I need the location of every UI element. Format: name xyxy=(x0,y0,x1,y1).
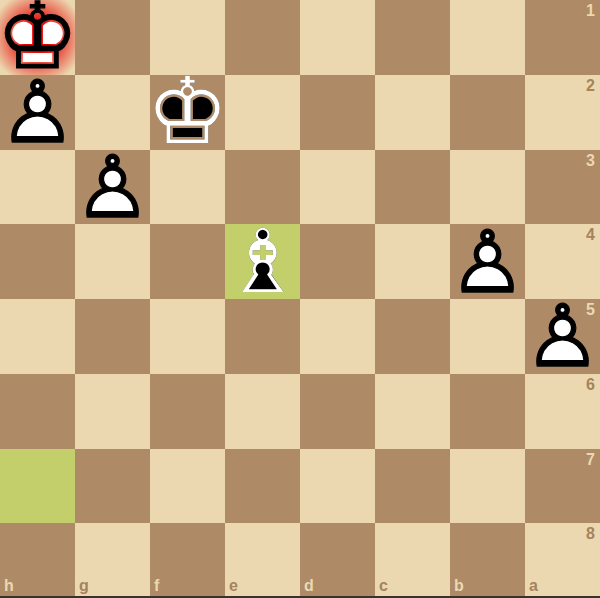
file-label-f: f xyxy=(154,577,159,595)
square-b5[interactable] xyxy=(450,299,525,374)
square-h2[interactable]: ♟♙ xyxy=(0,75,75,150)
square-f3[interactable] xyxy=(150,150,225,225)
square-a8[interactable]: 8a xyxy=(525,523,600,598)
square-h4[interactable] xyxy=(0,224,75,299)
file-label-b: b xyxy=(454,577,464,595)
square-a2[interactable]: 2 xyxy=(525,75,600,150)
square-a7[interactable]: 7 xyxy=(525,449,600,524)
white-pawn-outline: ♙ xyxy=(75,150,150,225)
square-a1[interactable]: 1 xyxy=(525,0,600,75)
square-e5[interactable] xyxy=(225,299,300,374)
rank-label-4: 4 xyxy=(586,226,595,244)
square-h7[interactable] xyxy=(0,449,75,524)
square-e8[interactable]: e xyxy=(225,523,300,598)
square-g7[interactable] xyxy=(75,449,150,524)
square-e1[interactable] xyxy=(225,0,300,75)
white-pawn-glyph: ♟ xyxy=(0,75,75,150)
square-d5[interactable] xyxy=(300,299,375,374)
square-b2[interactable] xyxy=(450,75,525,150)
square-h1[interactable]: ♚♔ xyxy=(0,0,75,75)
white-pawn[interactable]: ♟♙ xyxy=(0,75,75,150)
square-b3[interactable] xyxy=(450,150,525,225)
square-d4[interactable] xyxy=(300,224,375,299)
square-c3[interactable] xyxy=(375,150,450,225)
square-d3[interactable] xyxy=(300,150,375,225)
square-c1[interactable] xyxy=(375,0,450,75)
white-king-outline: ♔ xyxy=(0,0,75,75)
file-label-c: c xyxy=(379,577,388,595)
white-king-glyph: ♚ xyxy=(0,0,75,75)
white-pawn-outline: ♙ xyxy=(0,75,75,150)
black-bishop-glyph: ♝ xyxy=(225,224,300,299)
square-f6[interactable] xyxy=(150,374,225,449)
square-d6[interactable] xyxy=(300,374,375,449)
square-b8[interactable]: b xyxy=(450,523,525,598)
square-e6[interactable] xyxy=(225,374,300,449)
rank-label-1: 1 xyxy=(586,2,595,20)
rank-label-6: 6 xyxy=(586,376,595,394)
square-a6[interactable]: 6 xyxy=(525,374,600,449)
square-g8[interactable]: g xyxy=(75,523,150,598)
square-f1[interactable] xyxy=(150,0,225,75)
white-pawn-glyph: ♟ xyxy=(450,224,525,299)
black-king[interactable]: ♚♔ xyxy=(150,75,225,150)
square-c8[interactable]: c xyxy=(375,523,450,598)
rank-label-3: 3 xyxy=(586,152,595,170)
square-c2[interactable] xyxy=(375,75,450,150)
square-e7[interactable] xyxy=(225,449,300,524)
black-king-outline: ♔ xyxy=(150,75,225,150)
square-f4[interactable] xyxy=(150,224,225,299)
file-label-e: e xyxy=(229,577,238,595)
square-f2[interactable]: ♚♔ xyxy=(150,75,225,150)
square-f5[interactable] xyxy=(150,299,225,374)
file-label-d: d xyxy=(304,577,314,595)
square-h5[interactable] xyxy=(0,299,75,374)
square-b1[interactable] xyxy=(450,0,525,75)
square-b7[interactable] xyxy=(450,449,525,524)
square-h6[interactable] xyxy=(0,374,75,449)
square-g4[interactable] xyxy=(75,224,150,299)
square-c6[interactable] xyxy=(375,374,450,449)
square-c4[interactable] xyxy=(375,224,450,299)
white-pawn-outline: ♙ xyxy=(450,224,525,299)
square-b4[interactable]: ♟♙ xyxy=(450,224,525,299)
black-bishop-outline: ♗ xyxy=(225,224,300,299)
square-g1[interactable] xyxy=(75,0,150,75)
square-b6[interactable] xyxy=(450,374,525,449)
file-label-h: h xyxy=(4,577,14,595)
rank-label-8: 8 xyxy=(586,525,595,543)
square-d8[interactable]: d xyxy=(300,523,375,598)
black-bishop[interactable]: ♝♗ xyxy=(225,224,300,299)
square-d7[interactable] xyxy=(300,449,375,524)
black-king-glyph: ♚ xyxy=(150,75,225,150)
white-king[interactable]: ♚♔ xyxy=(0,0,75,75)
square-h8[interactable]: h xyxy=(0,523,75,598)
square-d1[interactable] xyxy=(300,0,375,75)
rank-label-7: 7 xyxy=(586,451,595,469)
square-g6[interactable] xyxy=(75,374,150,449)
square-h3[interactable] xyxy=(0,150,75,225)
square-c7[interactable] xyxy=(375,449,450,524)
square-c5[interactable] xyxy=(375,299,450,374)
rank-label-2: 2 xyxy=(586,77,595,95)
square-a5[interactable]: 5♟♙ xyxy=(525,299,600,374)
white-pawn-glyph: ♟ xyxy=(75,150,150,225)
square-f8[interactable]: f xyxy=(150,523,225,598)
square-g3[interactable]: ♟♙ xyxy=(75,150,150,225)
file-label-a: a xyxy=(529,577,538,595)
square-e2[interactable] xyxy=(225,75,300,150)
square-g2[interactable] xyxy=(75,75,150,150)
white-pawn-glyph: ♟ xyxy=(525,299,600,374)
square-g5[interactable] xyxy=(75,299,150,374)
white-pawn[interactable]: ♟♙ xyxy=(75,150,150,225)
square-e4[interactable]: ♝♗ xyxy=(225,224,300,299)
square-a3[interactable]: 3 xyxy=(525,150,600,225)
file-label-g: g xyxy=(79,577,89,595)
square-e3[interactable] xyxy=(225,150,300,225)
chess-board: ♚♔1♟♙♚♔2♟♙3♝♗♟♙45♟♙67hgfedcb8a xyxy=(0,0,600,598)
white-pawn[interactable]: ♟♙ xyxy=(525,299,600,374)
white-pawn-outline: ♙ xyxy=(525,299,600,374)
white-pawn[interactable]: ♟♙ xyxy=(450,224,525,299)
square-f7[interactable] xyxy=(150,449,225,524)
square-a4[interactable]: 4 xyxy=(525,224,600,299)
square-d2[interactable] xyxy=(300,75,375,150)
